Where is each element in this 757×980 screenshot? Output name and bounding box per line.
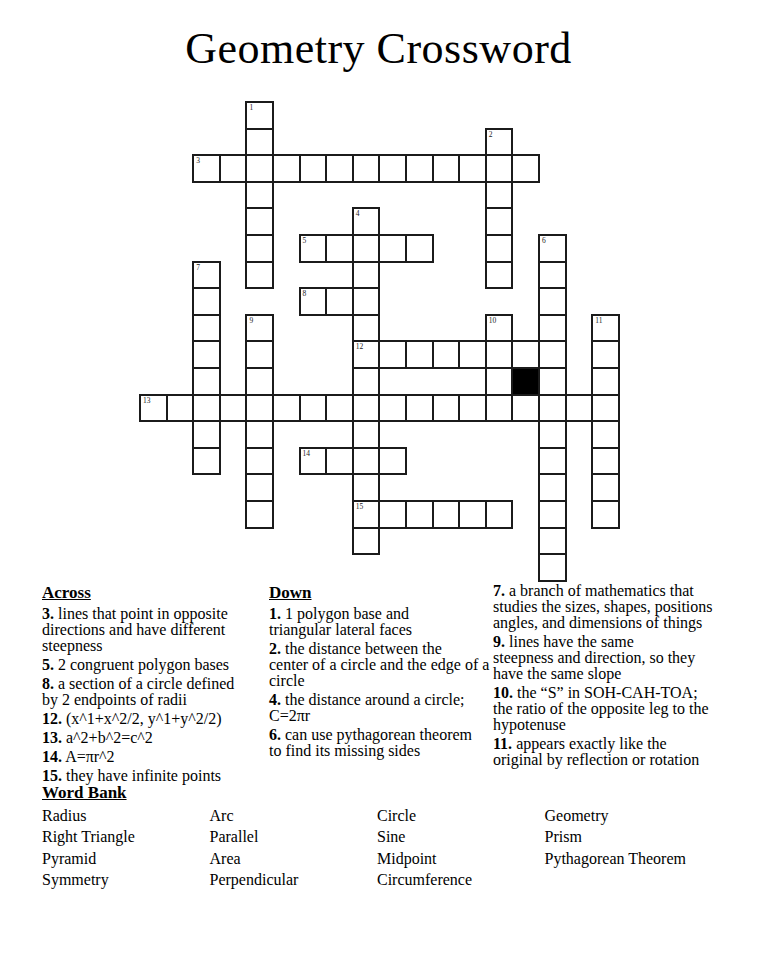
grid-cell[interactable] [591,447,620,476]
grid-cell[interactable] [485,154,514,183]
grid-cell[interactable]: 6 [538,234,567,263]
grid-cell[interactable] [325,447,354,476]
grid-cell[interactable] [325,287,354,316]
grid-cell[interactable] [538,500,567,529]
across-clue-list: 3. lines that point in opposite directio… [42,606,256,784]
grid-cell[interactable] [245,154,274,183]
grid-cell[interactable] [272,154,301,183]
clue-text: the distance around a circle; C=2πr [269,691,464,724]
clue-number: 15. [42,767,62,784]
grid-cell[interactable] [405,154,434,183]
clue-item: 4. the distance around a circle; C=2πr [269,692,499,724]
clue-text: 2 congruent polygon bases [58,656,229,673]
cell-number: 13 [143,396,151,405]
grid-cell[interactable] [192,367,221,396]
grid-cell[interactable] [352,447,381,476]
black-cell [511,367,540,396]
clue-number: 5. [42,656,54,673]
clue-text: a section of a circle defined by 2 endpo… [42,675,234,708]
cell-number: 10 [489,316,497,325]
grid-cell[interactable] [352,234,381,263]
grid-cell[interactable] [192,340,221,369]
clue-item: 10. the “S” in SOH-CAH-TOA; the ratio of… [493,685,749,733]
grid-cell[interactable] [325,234,354,263]
grid-cell[interactable] [352,154,381,183]
clue-item: 9. lines have the same steepness and dir… [493,634,749,682]
grid-cell[interactable] [192,287,221,316]
clue-number: 11. [493,735,512,752]
grid-cell[interactable] [485,207,514,236]
grid-cell[interactable] [245,420,274,449]
clue-text: can use pythagorean theorem to find its … [269,726,472,759]
word-bank-word: Circle [377,805,545,826]
grid-cell[interactable] [432,154,461,183]
grid-cell[interactable] [565,394,594,423]
cell-number: 2 [489,130,493,139]
clue-text: A=πr^2 [65,748,115,765]
clue-item: 1. 1 polygon base and triangular lateral… [269,606,499,638]
grid-cell[interactable] [538,314,567,343]
grid-cell[interactable] [299,394,328,423]
grid-cell[interactable]: 1 [245,101,274,130]
grid-cell[interactable] [485,234,514,263]
clue-item: 13. a^2+b^2=c^2 [42,730,256,746]
clue-number: 2. [269,640,281,657]
word-bank-word: Area [210,848,378,869]
grid-cell[interactable] [458,340,487,369]
grid-cell[interactable] [538,287,567,316]
grid-cell[interactable] [245,473,274,502]
cell-number: 14 [303,449,311,458]
grid-cell[interactable] [166,394,195,423]
grid-cell[interactable]: 11 [591,314,620,343]
down-clue-list-continued: 7. a branch of mathematics that studies … [493,583,749,768]
grid-cell[interactable] [378,500,407,529]
grid-cell[interactable] [538,553,567,582]
word-bank-word: Radius [42,805,210,826]
across-header: Across [42,583,256,602]
grid-cell[interactable] [352,527,381,556]
grid-cell[interactable] [591,500,620,529]
clue-item: 7. a branch of mathematics that studies … [493,583,749,631]
cell-number: 3 [196,156,200,165]
grid-cell[interactable] [378,447,407,476]
clue-item: 5. 2 congruent polygon bases [42,657,256,673]
clue-text: the distance between the center of a cir… [269,640,489,689]
grid-cell[interactable] [591,394,620,423]
clue-item: 2. the distance between the center of a … [269,641,499,689]
word-bank-word: Prism [545,826,686,847]
word-bank-word: Parallel [210,826,378,847]
down-clues-column: Down 1. 1 polygon base and triangular la… [269,583,499,762]
cell-number: 4 [356,209,360,218]
grid-cell[interactable] [245,181,274,210]
grid-cell[interactable] [192,447,221,476]
clue-text: a^2+b^2=c^2 [66,729,153,746]
grid-cell[interactable] [378,234,407,263]
word-bank-word: Geometry [545,805,686,826]
grid-cell[interactable] [591,340,620,369]
word-bank-word: Right Triangle [42,826,210,847]
grid-cell[interactable] [245,394,274,423]
grid-cell[interactable] [245,367,274,396]
clue-number: 13. [42,729,62,746]
grid-cell[interactable] [538,394,567,423]
grid-cell[interactable] [511,340,540,369]
down-header: Down [269,583,499,602]
grid-cell[interactable] [432,340,461,369]
grid-cell[interactable] [352,473,381,502]
crossword-grid: 123456789101112131415 [0,0,757,600]
grid-cell[interactable] [591,420,620,449]
grid-cell[interactable] [325,394,354,423]
grid-cell[interactable] [432,500,461,529]
grid-cell[interactable] [485,261,514,290]
clue-number: 12. [42,710,62,727]
grid-cell[interactable] [405,394,434,423]
clue-number: 14. [42,748,62,765]
clue-number: 6. [269,726,281,743]
grid-cell[interactable] [538,447,567,476]
grid-cell[interactable] [192,314,221,343]
grid-cell[interactable]: 13 [139,394,168,423]
grid-cell[interactable] [485,367,514,396]
grid-cell[interactable] [325,154,354,183]
grid-cell[interactable] [538,367,567,396]
word-bank-word: Pythagorean Theorem [545,848,686,869]
down-clue-list: 1. 1 polygon base and triangular lateral… [269,606,499,759]
grid-cell[interactable] [485,340,514,369]
word-bank-word: Midpoint [377,848,545,869]
grid-cell[interactable] [352,367,381,396]
grid-cell[interactable] [591,473,620,502]
grid-cell[interactable] [458,154,487,183]
grid-cell[interactable]: 3 [192,154,221,183]
grid-cell[interactable] [245,207,274,236]
clue-number: 1. [269,605,281,622]
clue-text: appears exactly like the original by ref… [493,735,699,768]
cell-number: 8 [303,289,307,298]
grid-cell[interactable] [245,234,274,263]
grid-cell[interactable]: 14 [299,447,328,476]
clue-text: they have infinite points [66,767,221,784]
grid-cell[interactable]: 2 [485,128,514,157]
grid-cell[interactable] [405,340,434,369]
grid-cell[interactable]: 10 [485,314,514,343]
grid-cell[interactable] [352,287,381,316]
grid-cell[interactable] [245,340,274,369]
grid-cell[interactable] [485,500,514,529]
grid-cell[interactable] [352,420,381,449]
clue-item: 8. a section of a circle defined by 2 en… [42,676,256,708]
grid-cell[interactable]: 9 [245,314,274,343]
cell-number: 7 [196,263,200,272]
grid-cell[interactable] [219,154,248,183]
cell-number: 5 [303,236,307,245]
grid-cell[interactable] [405,500,434,529]
grid-cell[interactable] [245,128,274,157]
grid-cell[interactable] [192,394,221,423]
grid-cell[interactable] [378,340,407,369]
grid-cell[interactable]: 5 [299,234,328,263]
grid-cell[interactable] [352,314,381,343]
grid-cell[interactable] [245,500,274,529]
clue-item: 6. can use pythagorean theorem to find i… [269,727,499,759]
grid-cell[interactable] [485,181,514,210]
grid-cell[interactable]: 15 [352,500,381,529]
clue-text: a branch of mathematics that studies the… [493,582,713,631]
grid-cell[interactable] [591,367,620,396]
cell-number: 15 [356,502,364,511]
clue-number: 8. [42,675,54,692]
down-clues-column-continued: 7. a branch of mathematics that studies … [493,583,749,771]
clue-text: lines have the same steepness and direct… [493,633,695,682]
word-bank-header: Word Bank [42,783,127,802]
grid-cell[interactable] [272,394,301,423]
grid-cell[interactable] [511,394,540,423]
grid-cell[interactable] [538,527,567,556]
grid-cell[interactable] [538,473,567,502]
grid-cell[interactable] [192,420,221,449]
clue-text: 1 polygon base and triangular lateral fa… [269,605,412,638]
word-bank-word: Pyramid [42,848,210,869]
clue-item: 3. lines that point in opposite directio… [42,606,256,654]
grid-cell[interactable] [245,447,274,476]
cell-number: 6 [542,236,546,245]
across-clues-column: Across 3. lines that point in opposite d… [42,583,256,787]
word-bank-word: Symmetry [42,869,210,890]
grid-cell[interactable] [432,394,461,423]
word-bank-word: Circumference [377,869,545,890]
clue-number: 10. [493,684,513,701]
clue-text: (x^1+x^2/2, y^1+y^2/2) [66,710,222,727]
cell-number: 12 [356,342,364,351]
grid-cell[interactable] [458,394,487,423]
clue-text: the “S” in SOH-CAH-TOA; the ratio of the… [493,684,709,733]
clue-item: 15. they have infinite points [42,768,256,784]
clue-number: 4. [269,691,281,708]
grid-cell[interactable]: 8 [299,287,328,316]
cell-number: 9 [249,316,253,325]
clue-text: lines that point in opposite directions … [42,605,228,654]
grid-cell[interactable]: 12 [352,340,381,369]
clue-item: 11. appears exactly like the original by… [493,736,749,768]
clue-number: 3. [42,605,54,622]
grid-cell[interactable] [299,154,328,183]
word-bank-word: Arc [210,805,378,826]
grid-cell[interactable] [511,154,540,183]
clue-item: 12. (x^1+x^2/2, y^1+y^2/2) [42,711,256,727]
grid-cell[interactable] [485,394,514,423]
grid-cell[interactable] [245,261,274,290]
cell-number: 11 [595,316,602,325]
clue-item: 14. A=πr^2 [42,749,256,765]
grid-cell[interactable] [458,500,487,529]
grid-cell[interactable] [538,261,567,290]
grid-cell[interactable] [352,261,381,290]
grid-cell[interactable] [352,394,381,423]
grid-cell[interactable] [538,420,567,449]
grid-cell[interactable] [378,154,407,183]
grid-cell[interactable] [378,394,407,423]
grid-cell[interactable]: 7 [192,261,221,290]
word-bank-word: Sine [377,826,545,847]
clue-number: 7. [493,582,505,599]
word-bank: RadiusRight TrianglePyramidSymmetryArcPa… [42,805,686,890]
grid-cell[interactable] [538,340,567,369]
clue-number: 9. [493,633,505,650]
word-bank-word: Perpendicular [210,869,378,890]
grid-cell[interactable] [405,234,434,263]
grid-cell[interactable] [219,394,248,423]
worksheet-page: Geometry Crossword 123456789101112131415… [0,0,757,980]
grid-cell[interactable]: 4 [352,207,381,236]
cell-number: 1 [249,103,253,112]
